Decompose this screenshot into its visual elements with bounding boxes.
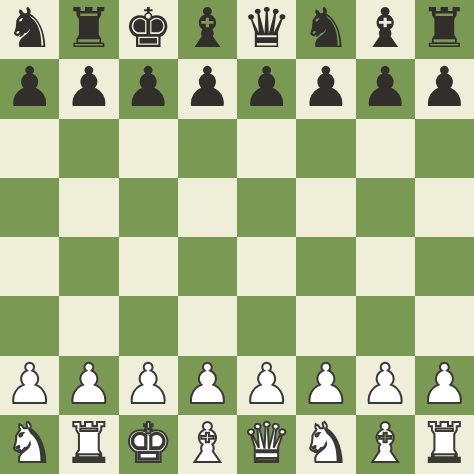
square-b3[interactable] — [59, 296, 118, 355]
square-h8[interactable]: ♜ — [415, 0, 474, 59]
white-queen-piece[interactable]: ♛ — [242, 415, 291, 473]
square-d1[interactable]: ♝ — [178, 415, 237, 474]
square-f5[interactable] — [296, 178, 355, 237]
white-rook-piece[interactable]: ♜ — [420, 415, 469, 473]
square-c8[interactable]: ♚ — [119, 0, 178, 59]
square-g7[interactable]: ♟ — [356, 59, 415, 118]
square-g4[interactable] — [356, 237, 415, 296]
square-e7[interactable]: ♟ — [237, 59, 296, 118]
square-g6[interactable] — [356, 119, 415, 178]
square-h1[interactable]: ♜ — [415, 415, 474, 474]
black-pawn-piece[interactable]: ♟ — [183, 59, 232, 117]
square-g1[interactable]: ♝ — [356, 415, 415, 474]
square-g5[interactable] — [356, 178, 415, 237]
square-h2[interactable]: ♟ — [415, 356, 474, 415]
white-pawn-piece[interactable]: ♟ — [301, 356, 350, 414]
square-c6[interactable] — [119, 119, 178, 178]
square-e4[interactable] — [237, 237, 296, 296]
square-a3[interactable] — [0, 296, 59, 355]
square-g8[interactable]: ♝ — [356, 0, 415, 59]
square-h7[interactable]: ♟ — [415, 59, 474, 118]
square-a5[interactable] — [0, 178, 59, 237]
square-h6[interactable] — [415, 119, 474, 178]
square-d5[interactable] — [178, 178, 237, 237]
square-h3[interactable] — [415, 296, 474, 355]
square-b1[interactable]: ♜ — [59, 415, 118, 474]
square-d6[interactable] — [178, 119, 237, 178]
square-c5[interactable] — [119, 178, 178, 237]
square-b5[interactable] — [59, 178, 118, 237]
square-b8[interactable]: ♜ — [59, 0, 118, 59]
white-rook-piece[interactable]: ♜ — [64, 415, 113, 473]
black-bishop-piece[interactable]: ♝ — [183, 0, 232, 58]
square-e5[interactable] — [237, 178, 296, 237]
square-c2[interactable]: ♟ — [119, 356, 178, 415]
square-c4[interactable] — [119, 237, 178, 296]
black-pawn-piece[interactable]: ♟ — [64, 59, 113, 117]
square-d8[interactable]: ♝ — [178, 0, 237, 59]
white-pawn-piece[interactable]: ♟ — [123, 356, 172, 414]
black-pawn-piece[interactable]: ♟ — [360, 59, 409, 117]
square-a8[interactable]: ♞ — [0, 0, 59, 59]
square-h4[interactable] — [415, 237, 474, 296]
square-c3[interactable] — [119, 296, 178, 355]
square-d3[interactable] — [178, 296, 237, 355]
square-e2[interactable]: ♟ — [237, 356, 296, 415]
black-pawn-piece[interactable]: ♟ — [242, 59, 291, 117]
square-f7[interactable]: ♟ — [296, 59, 355, 118]
square-g3[interactable] — [356, 296, 415, 355]
square-e8[interactable]: ♛ — [237, 0, 296, 59]
square-a1[interactable]: ♞ — [0, 415, 59, 474]
square-f1[interactable]: ♞ — [296, 415, 355, 474]
square-b2[interactable]: ♟ — [59, 356, 118, 415]
square-a4[interactable] — [0, 237, 59, 296]
square-e1[interactable]: ♛ — [237, 415, 296, 474]
black-pawn-piece[interactable]: ♟ — [123, 59, 172, 117]
white-knight-piece[interactable]: ♞ — [301, 415, 350, 473]
square-c7[interactable]: ♟ — [119, 59, 178, 118]
square-a7[interactable]: ♟ — [0, 59, 59, 118]
square-e3[interactable] — [237, 296, 296, 355]
square-f2[interactable]: ♟ — [296, 356, 355, 415]
black-pawn-piece[interactable]: ♟ — [5, 59, 54, 117]
black-pawn-piece[interactable]: ♟ — [420, 59, 469, 117]
white-pawn-piece[interactable]: ♟ — [183, 356, 232, 414]
square-b4[interactable] — [59, 237, 118, 296]
square-a6[interactable] — [0, 119, 59, 178]
black-queen-piece[interactable]: ♛ — [242, 0, 291, 58]
square-f4[interactable] — [296, 237, 355, 296]
square-d7[interactable]: ♟ — [178, 59, 237, 118]
black-rook-piece[interactable]: ♜ — [64, 0, 113, 58]
white-pawn-piece[interactable]: ♟ — [360, 356, 409, 414]
white-bishop-piece[interactable]: ♝ — [183, 415, 232, 473]
black-knight-piece[interactable]: ♞ — [301, 0, 350, 58]
white-knight-piece[interactable]: ♞ — [5, 415, 54, 473]
black-knight-piece[interactable]: ♞ — [5, 0, 54, 58]
square-e6[interactable] — [237, 119, 296, 178]
square-b6[interactable] — [59, 119, 118, 178]
black-pawn-piece[interactable]: ♟ — [301, 59, 350, 117]
black-bishop-piece[interactable]: ♝ — [360, 0, 409, 58]
square-f3[interactable] — [296, 296, 355, 355]
white-pawn-piece[interactable]: ♟ — [5, 356, 54, 414]
square-d2[interactable]: ♟ — [178, 356, 237, 415]
square-b7[interactable]: ♟ — [59, 59, 118, 118]
black-king-piece[interactable]: ♚ — [123, 0, 172, 58]
white-pawn-piece[interactable]: ♟ — [64, 356, 113, 414]
square-d4[interactable] — [178, 237, 237, 296]
square-c1[interactable]: ♚ — [119, 415, 178, 474]
square-h5[interactable] — [415, 178, 474, 237]
white-bishop-piece[interactable]: ♝ — [360, 415, 409, 473]
square-f6[interactable] — [296, 119, 355, 178]
white-king-piece[interactable]: ♚ — [123, 415, 172, 473]
square-g2[interactable]: ♟ — [356, 356, 415, 415]
black-rook-piece[interactable]: ♜ — [420, 0, 469, 58]
white-pawn-piece[interactable]: ♟ — [242, 356, 291, 414]
square-f8[interactable]: ♞ — [296, 0, 355, 59]
square-a2[interactable]: ♟ — [0, 356, 59, 415]
chess-board: ♞♜♚♝♛♞♝♜♟♟♟♟♟♟♟♟♟♟♟♟♟♟♟♟♞♜♚♝♛♞♝♜ — [0, 0, 474, 474]
white-pawn-piece[interactable]: ♟ — [420, 356, 469, 414]
